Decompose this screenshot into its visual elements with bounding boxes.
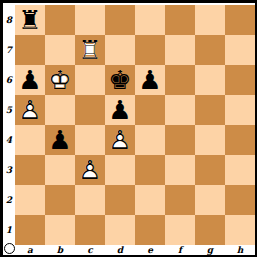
square-a4[interactable] [15, 125, 45, 155]
square-d3[interactable] [105, 155, 135, 185]
rank-label-4: 4 [3, 125, 15, 155]
square-d6[interactable]: ♚ [105, 65, 135, 95]
square-a8[interactable]: ♜ [15, 5, 45, 35]
square-h4[interactable] [225, 125, 255, 155]
square-e7[interactable] [135, 35, 165, 65]
square-g4[interactable] [195, 125, 225, 155]
square-e2[interactable] [135, 185, 165, 215]
square-e6[interactable]: ♟ [135, 65, 165, 95]
square-a7[interactable] [15, 35, 45, 65]
square-f7[interactable] [165, 35, 195, 65]
black-king-d6[interactable]: ♚ [105, 65, 135, 95]
rank-labels: 87654321 [3, 5, 15, 245]
square-b2[interactable] [45, 185, 75, 215]
square-d7[interactable] [105, 35, 135, 65]
square-a1[interactable] [15, 215, 45, 245]
square-e5[interactable] [135, 95, 165, 125]
square-f8[interactable] [165, 5, 195, 35]
file-label-d: d [105, 245, 135, 255]
square-h3[interactable] [225, 155, 255, 185]
black-pawn-d5[interactable]: ♟ [105, 95, 135, 125]
square-e4[interactable] [135, 125, 165, 155]
white-rook-c7[interactable]: ♖ [75, 35, 105, 65]
square-a2[interactable] [15, 185, 45, 215]
square-b1[interactable] [45, 215, 75, 245]
white-pawn-c3[interactable]: ♙ [75, 155, 105, 185]
square-b3[interactable] [45, 155, 75, 185]
square-h2[interactable] [225, 185, 255, 215]
square-f4[interactable] [165, 125, 195, 155]
square-h1[interactable] [225, 215, 255, 245]
square-g1[interactable] [195, 215, 225, 245]
rank-label-3: 3 [3, 155, 15, 185]
chess-diagram: 87654321 ♜♜♖♟♚♔♚♟♟♙♟♟♟♙♟♙ abcdefgh [0, 0, 257, 257]
file-label-h: h [225, 245, 255, 255]
rank-label-8: 8 [3, 5, 15, 35]
square-a5[interactable]: ♟♙ [15, 95, 45, 125]
white-pawn-d4[interactable]: ♙ [105, 125, 135, 155]
square-h6[interactable] [225, 65, 255, 95]
square-c1[interactable] [75, 215, 105, 245]
square-g2[interactable] [195, 185, 225, 215]
square-g5[interactable] [195, 95, 225, 125]
rank-label-2: 2 [3, 185, 15, 215]
square-g7[interactable] [195, 35, 225, 65]
rank-label-7: 7 [3, 35, 15, 65]
square-c4[interactable] [75, 125, 105, 155]
black-pawn-b4[interactable]: ♟ [45, 125, 75, 155]
square-d1[interactable] [105, 215, 135, 245]
square-a3[interactable] [15, 155, 45, 185]
black-pawn-a6[interactable]: ♟ [15, 65, 45, 95]
rank-label-1: 1 [3, 215, 15, 245]
white-pawn-a5[interactable]: ♙ [15, 95, 45, 125]
rank-label-6: 6 [3, 65, 15, 95]
black-pawn-e6[interactable]: ♟ [135, 65, 165, 95]
white-to-move-indicator [4, 243, 15, 254]
square-d5[interactable]: ♟ [105, 95, 135, 125]
square-g6[interactable] [195, 65, 225, 95]
square-c7[interactable]: ♜♖ [75, 35, 105, 65]
square-f6[interactable] [165, 65, 195, 95]
square-e8[interactable] [135, 5, 165, 35]
file-labels: abcdefgh [15, 245, 255, 255]
file-label-f: f [165, 245, 195, 255]
square-a6[interactable]: ♟ [15, 65, 45, 95]
file-label-c: c [75, 245, 105, 255]
file-label-b: b [45, 245, 75, 255]
square-d2[interactable] [105, 185, 135, 215]
diagram-inner-panel: 87654321 ♜♜♖♟♚♔♚♟♟♙♟♟♟♙♟♙ abcdefgh [3, 3, 255, 255]
square-e1[interactable] [135, 215, 165, 245]
square-b4[interactable]: ♟ [45, 125, 75, 155]
square-f3[interactable] [165, 155, 195, 185]
square-e3[interactable] [135, 155, 165, 185]
black-rook-a8[interactable]: ♜ [15, 5, 45, 35]
file-label-g: g [195, 245, 225, 255]
chess-board: ♜♜♖♟♚♔♚♟♟♙♟♟♟♙♟♙ [15, 5, 255, 245]
square-d8[interactable] [105, 5, 135, 35]
square-g8[interactable] [195, 5, 225, 35]
square-d4[interactable]: ♟♙ [105, 125, 135, 155]
square-b5[interactable] [45, 95, 75, 125]
file-label-e: e [135, 245, 165, 255]
square-b8[interactable] [45, 5, 75, 35]
square-g3[interactable] [195, 155, 225, 185]
square-b6[interactable]: ♚♔ [45, 65, 75, 95]
white-king-b6[interactable]: ♔ [45, 65, 75, 95]
square-f5[interactable] [165, 95, 195, 125]
square-h5[interactable] [225, 95, 255, 125]
file-label-a: a [15, 245, 45, 255]
square-h7[interactable] [225, 35, 255, 65]
square-f2[interactable] [165, 185, 195, 215]
square-h8[interactable] [225, 5, 255, 35]
square-c8[interactable] [75, 5, 105, 35]
square-f1[interactable] [165, 215, 195, 245]
square-c3[interactable]: ♟♙ [75, 155, 105, 185]
square-c6[interactable] [75, 65, 105, 95]
rank-label-5: 5 [3, 95, 15, 125]
square-c2[interactable] [75, 185, 105, 215]
square-b7[interactable] [45, 35, 75, 65]
square-c5[interactable] [75, 95, 105, 125]
